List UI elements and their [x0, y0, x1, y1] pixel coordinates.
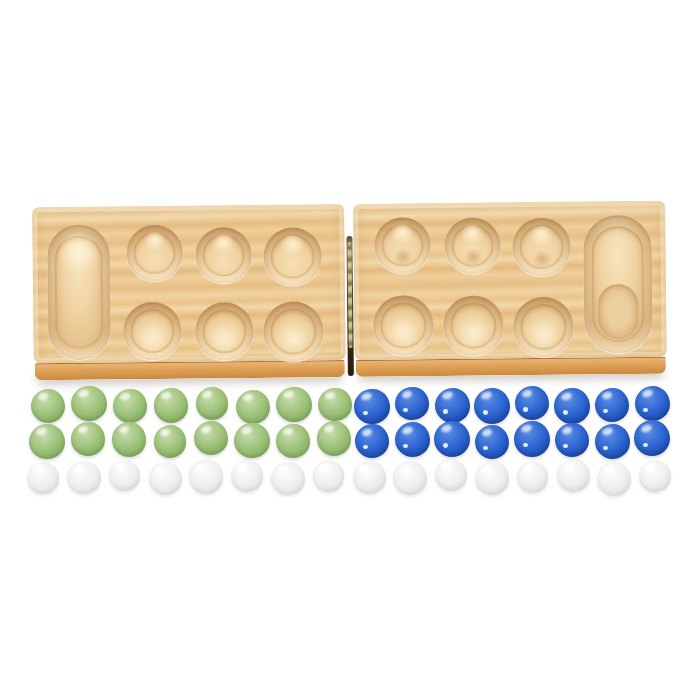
stone-white-1[interactable] — [27, 462, 59, 494]
stone-white-13[interactable] — [517, 461, 549, 493]
pit-top-5[interactable] — [444, 217, 501, 274]
stone-white-2[interactable] — [67, 461, 101, 495]
board-half-right — [353, 201, 667, 360]
stone-white-16[interactable] — [639, 460, 671, 492]
stone-green-5[interactable] — [196, 387, 229, 420]
stone-blue-6[interactable] — [554, 388, 590, 424]
store-right[interactable] — [583, 215, 652, 354]
pit-top-6[interactable] — [512, 218, 571, 277]
stone-white-9[interactable] — [353, 461, 386, 494]
pit-depth-shading — [393, 249, 413, 265]
stone-blue-2[interactable] — [395, 387, 429, 421]
stone-blue-16[interactable] — [634, 420, 670, 456]
stone-green-12[interactable] — [154, 425, 187, 458]
stone-blue-7[interactable] — [595, 388, 629, 422]
pit-bottom-5[interactable] — [443, 295, 504, 356]
board-front-edge-right — [356, 357, 666, 377]
stone-green-11[interactable] — [112, 422, 147, 457]
stone-blue-9[interactable] — [355, 424, 389, 458]
stone-green-4[interactable] — [154, 388, 189, 423]
stone-blue-12[interactable] — [475, 425, 509, 459]
stone-blue-4[interactable] — [474, 388, 510, 424]
pit-depth-shading — [463, 249, 483, 265]
pit-top-3[interactable] — [263, 227, 322, 286]
stone-blue-14[interactable] — [555, 423, 589, 457]
stone-white-4[interactable] — [149, 462, 182, 495]
stone-white-5[interactable] — [189, 459, 223, 493]
pit-bottom-6[interactable] — [513, 297, 574, 358]
stone-blue-8[interactable] — [635, 386, 670, 421]
stone-white-14[interactable] — [557, 459, 590, 492]
stone-white-12[interactable] — [475, 461, 509, 495]
stone-white-3[interactable] — [109, 460, 141, 492]
stone-blue-15[interactable] — [595, 424, 630, 459]
pit-top-4[interactable] — [374, 217, 431, 274]
stone-white-10[interactable] — [393, 461, 427, 495]
stone-green-14[interactable] — [234, 423, 269, 458]
stone-green-8[interactable] — [318, 388, 351, 421]
stone-green-1[interactable] — [31, 389, 65, 423]
stone-green-13[interactable] — [194, 421, 228, 455]
stone-blue-13[interactable] — [514, 421, 550, 457]
pit-depth-shading — [532, 250, 553, 266]
board-front-edge-left — [35, 360, 345, 380]
stone-white-8[interactable] — [313, 460, 345, 492]
stone-white-15[interactable] — [597, 462, 631, 496]
stone-green-3[interactable] — [113, 389, 146, 422]
pit-bottom-1[interactable] — [123, 302, 182, 361]
stone-blue-10[interactable] — [395, 422, 430, 457]
stone-green-10[interactable] — [71, 422, 104, 455]
stone-white-6[interactable] — [231, 460, 263, 492]
stone-green-15[interactable] — [276, 424, 309, 457]
stone-white-7[interactable] — [271, 462, 305, 496]
board-half-left — [32, 204, 346, 363]
stone-blue-5[interactable] — [515, 386, 549, 420]
product-photo-scene — [0, 0, 700, 700]
stone-blue-11[interactable] — [434, 421, 470, 457]
pit-bottom-3[interactable] — [263, 301, 324, 362]
stone-blue-3[interactable] — [435, 388, 470, 423]
mancala-board — [32, 201, 667, 380]
stone-green-2[interactable] — [71, 386, 106, 421]
store-left[interactable] — [47, 225, 110, 361]
stone-green-16[interactable] — [317, 421, 352, 456]
stone-blue-1[interactable] — [354, 389, 390, 425]
stone-green-7[interactable] — [276, 387, 311, 422]
stone-green-9[interactable] — [29, 424, 64, 459]
stone-white-11[interactable] — [435, 459, 467, 491]
stone-green-6[interactable] — [236, 390, 270, 424]
pit-top-1[interactable] — [126, 225, 183, 282]
pit-top-2[interactable] — [195, 227, 252, 284]
pit-bottom-2[interactable] — [195, 302, 254, 361]
pit-bottom-4[interactable] — [373, 295, 434, 356]
